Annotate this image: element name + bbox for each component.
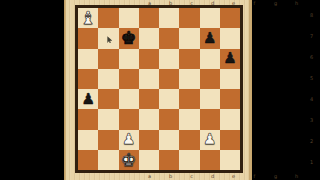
chess-board: abcdefgh abcdefgh 87654321 87654321 ♝♚♟♟… — [64, 0, 252, 180]
rank-label-6: 6 — [307, 47, 316, 68]
square-d7[interactable] — [139, 28, 159, 48]
square-d5[interactable] — [139, 69, 159, 89]
file-label-f: f — [244, 0, 265, 6]
rank-label-3: 3 — [307, 110, 316, 131]
square-e4[interactable] — [159, 89, 179, 109]
square-e3[interactable] — [159, 109, 179, 129]
square-b6[interactable] — [98, 49, 118, 69]
piece-white-king-c1[interactable]: ♚ — [121, 151, 137, 169]
square-g3[interactable] — [200, 109, 220, 129]
square-b1[interactable] — [98, 150, 118, 170]
square-e5[interactable] — [159, 69, 179, 89]
square-h6[interactable]: ♟ — [220, 49, 240, 69]
square-f1[interactable] — [179, 150, 199, 170]
file-label-h: h — [286, 0, 307, 6]
rank-label-8: 8 — [307, 5, 316, 26]
square-f2[interactable] — [179, 130, 199, 150]
square-a6[interactable] — [78, 49, 98, 69]
square-c1[interactable]: ♚ — [119, 150, 139, 170]
file-label-b: b — [160, 173, 181, 180]
square-b2[interactable] — [98, 130, 118, 150]
square-g5[interactable] — [200, 69, 220, 89]
square-a3[interactable] — [78, 109, 98, 129]
square-e1[interactable] — [159, 150, 179, 170]
square-h1[interactable] — [220, 150, 240, 170]
square-a5[interactable] — [78, 69, 98, 89]
square-d2[interactable] — [139, 130, 159, 150]
piece-black-pawn-g7[interactable]: ♟ — [203, 31, 216, 46]
square-a8[interactable]: ♝ — [78, 8, 98, 28]
mouse-cursor-icon — [107, 36, 112, 43]
square-h5[interactable] — [220, 69, 240, 89]
rank-labels-right: 87654321 — [307, 5, 316, 173]
square-a2[interactable] — [78, 130, 98, 150]
piece-white-bishop-a8[interactable]: ♝ — [80, 9, 96, 27]
file-label-c: c — [181, 173, 202, 180]
piece-white-pawn-g2[interactable]: ♟ — [203, 132, 216, 147]
square-f7[interactable] — [179, 28, 199, 48]
square-h8[interactable] — [220, 8, 240, 28]
file-label-d: d — [202, 173, 223, 180]
file-label-f: f — [244, 173, 265, 180]
board-frame: ♝♚♟♟♟♟♟♚ — [75, 5, 243, 173]
square-d6[interactable] — [139, 49, 159, 69]
square-g4[interactable] — [200, 89, 220, 109]
square-h2[interactable] — [220, 130, 240, 150]
square-c7[interactable]: ♚ — [119, 28, 139, 48]
square-c4[interactable] — [119, 89, 139, 109]
square-c3[interactable] — [119, 109, 139, 129]
square-d8[interactable] — [139, 8, 159, 28]
square-e2[interactable] — [159, 130, 179, 150]
board-grid: ♝♚♟♟♟♟♟♚ — [78, 8, 240, 170]
square-b7[interactable] — [98, 28, 118, 48]
file-label-g: g — [265, 0, 286, 6]
square-e6[interactable] — [159, 49, 179, 69]
square-g8[interactable] — [200, 8, 220, 28]
file-label-h: h — [286, 173, 307, 180]
square-c5[interactable] — [119, 69, 139, 89]
rank-label-2: 2 — [307, 131, 316, 152]
piece-black-pawn-h6[interactable]: ♟ — [223, 51, 236, 66]
file-label-g: g — [265, 173, 286, 180]
square-c8[interactable] — [119, 8, 139, 28]
square-f8[interactable] — [179, 8, 199, 28]
square-a7[interactable] — [78, 28, 98, 48]
square-h3[interactable] — [220, 109, 240, 129]
square-c6[interactable] — [119, 49, 139, 69]
square-b8[interactable] — [98, 8, 118, 28]
rank-label-5: 5 — [307, 68, 316, 89]
square-f5[interactable] — [179, 69, 199, 89]
file-labels-bottom: abcdefgh — [139, 173, 307, 180]
square-g7[interactable]: ♟ — [200, 28, 220, 48]
piece-black-king-c7[interactable]: ♚ — [121, 29, 137, 47]
square-h4[interactable] — [220, 89, 240, 109]
square-h7[interactable] — [220, 28, 240, 48]
square-a1[interactable] — [78, 150, 98, 170]
rank-label-7: 7 — [307, 26, 316, 47]
file-label-a: a — [139, 173, 160, 180]
square-d3[interactable] — [139, 109, 159, 129]
square-e7[interactable] — [159, 28, 179, 48]
square-d1[interactable] — [139, 150, 159, 170]
square-f3[interactable] — [179, 109, 199, 129]
square-b5[interactable] — [98, 69, 118, 89]
square-a4[interactable]: ♟ — [78, 89, 98, 109]
piece-white-pawn-c2[interactable]: ♟ — [122, 132, 135, 147]
piece-black-pawn-a4[interactable]: ♟ — [81, 92, 94, 107]
square-b3[interactable] — [98, 109, 118, 129]
square-f6[interactable] — [179, 49, 199, 69]
file-label-e: e — [223, 173, 244, 180]
square-e8[interactable] — [159, 8, 179, 28]
square-g2[interactable]: ♟ — [200, 130, 220, 150]
rank-label-4: 4 — [307, 89, 316, 110]
square-d4[interactable] — [139, 89, 159, 109]
square-f4[interactable] — [179, 89, 199, 109]
square-g1[interactable] — [200, 150, 220, 170]
square-g6[interactable] — [200, 49, 220, 69]
rank-label-1: 1 — [307, 152, 316, 173]
square-c2[interactable]: ♟ — [119, 130, 139, 150]
screenshot-canvas: abcdefgh abcdefgh 87654321 87654321 ♝♚♟♟… — [0, 0, 320, 180]
square-b4[interactable] — [98, 89, 118, 109]
